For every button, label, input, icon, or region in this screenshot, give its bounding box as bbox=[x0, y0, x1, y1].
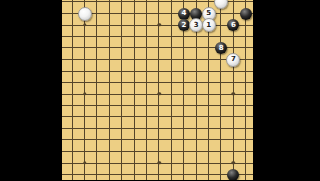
board-intersection[interactable] bbox=[227, 31, 239, 43]
white-stone-move-7: 7 bbox=[226, 53, 240, 67]
move-number-label: 1 bbox=[206, 22, 211, 29]
board-intersection[interactable] bbox=[178, 54, 190, 66]
board-intersection[interactable] bbox=[190, 42, 202, 54]
move-number-label: 2 bbox=[181, 22, 186, 29]
board-intersection[interactable] bbox=[128, 19, 140, 31]
board-intersection[interactable] bbox=[240, 123, 252, 135]
board-intersection[interactable] bbox=[227, 77, 239, 89]
board-intersection[interactable] bbox=[103, 146, 115, 158]
board-intersection[interactable] bbox=[66, 146, 78, 158]
board-intersection[interactable] bbox=[165, 123, 177, 135]
board-intersection[interactable] bbox=[128, 88, 140, 100]
move-number-label: 7 bbox=[231, 56, 236, 63]
board-intersection[interactable] bbox=[128, 100, 140, 112]
board-intersection[interactable] bbox=[128, 42, 140, 54]
board-intersection[interactable] bbox=[141, 19, 153, 31]
board-intersection[interactable] bbox=[153, 77, 165, 89]
board-intersection[interactable] bbox=[153, 65, 165, 77]
board-intersection[interactable] bbox=[190, 123, 202, 135]
board-intersection[interactable] bbox=[178, 42, 190, 54]
board-intersection[interactable] bbox=[153, 123, 165, 135]
board-intersection[interactable] bbox=[141, 88, 153, 100]
board-intersection[interactable] bbox=[91, 8, 103, 20]
white-stone-move-1: 1 bbox=[202, 18, 216, 32]
board-intersection[interactable] bbox=[190, 31, 202, 43]
board-intersection[interactable] bbox=[227, 123, 239, 135]
board-intersection[interactable] bbox=[103, 111, 115, 123]
go-grid: 45231687 bbox=[62, 0, 253, 180]
board-intersection[interactable] bbox=[103, 157, 115, 169]
board-intersection[interactable] bbox=[190, 134, 202, 146]
board-intersection[interactable] bbox=[252, 169, 253, 180]
board-intersection[interactable] bbox=[141, 54, 153, 66]
board-intersection[interactable] bbox=[165, 54, 177, 66]
board-intersection[interactable] bbox=[66, 77, 78, 89]
board-intersection[interactable] bbox=[91, 77, 103, 89]
board-intersection[interactable] bbox=[153, 100, 165, 112]
board-intersection[interactable] bbox=[252, 19, 253, 31]
board-intersection[interactable] bbox=[165, 88, 177, 100]
board-intersection[interactable] bbox=[91, 146, 103, 158]
board-intersection[interactable]: 7 bbox=[227, 54, 239, 66]
board-intersection[interactable] bbox=[103, 123, 115, 135]
board-intersection[interactable] bbox=[215, 88, 227, 100]
board-intersection[interactable] bbox=[91, 157, 103, 169]
board-intersection[interactable] bbox=[165, 19, 177, 31]
board-intersection[interactable] bbox=[215, 77, 227, 89]
board-intersection[interactable] bbox=[116, 0, 128, 8]
board-intersection[interactable] bbox=[178, 31, 190, 43]
pillarbox-left bbox=[0, 0, 62, 180]
board-intersection[interactable] bbox=[165, 157, 177, 169]
board-intersection[interactable] bbox=[252, 111, 253, 123]
board-intersection[interactable] bbox=[141, 134, 153, 146]
board-intersection[interactable] bbox=[79, 8, 91, 20]
board-intersection[interactable] bbox=[116, 77, 128, 89]
board-intersection[interactable] bbox=[103, 169, 115, 180]
board-intersection[interactable] bbox=[203, 134, 215, 146]
board-intersection[interactable] bbox=[141, 77, 153, 89]
board-intersection[interactable] bbox=[66, 169, 78, 180]
board-intersection[interactable] bbox=[128, 0, 140, 8]
board-intersection[interactable] bbox=[141, 169, 153, 180]
board-intersection[interactable] bbox=[240, 111, 252, 123]
black-stone-move-8: 8 bbox=[215, 42, 227, 54]
board-intersection[interactable] bbox=[116, 54, 128, 66]
board-star-point[interactable] bbox=[227, 88, 239, 100]
board-intersection[interactable] bbox=[153, 54, 165, 66]
board-intersection[interactable] bbox=[190, 169, 202, 180]
board-intersection[interactable] bbox=[190, 77, 202, 89]
board-intersection[interactable]: 1 bbox=[203, 19, 215, 31]
board-intersection[interactable] bbox=[128, 169, 140, 180]
board-intersection[interactable] bbox=[227, 8, 239, 20]
board-intersection[interactable] bbox=[252, 65, 253, 77]
board-intersection[interactable] bbox=[240, 31, 252, 43]
board-intersection[interactable] bbox=[252, 134, 253, 146]
board-intersection[interactable] bbox=[153, 134, 165, 146]
board-intersection[interactable] bbox=[190, 111, 202, 123]
board-intersection[interactable] bbox=[240, 169, 252, 180]
board-intersection[interactable] bbox=[178, 146, 190, 158]
move-number-label: 4 bbox=[181, 10, 186, 17]
board-intersection[interactable] bbox=[165, 65, 177, 77]
board-intersection[interactable] bbox=[66, 65, 78, 77]
board-intersection[interactable] bbox=[178, 77, 190, 89]
board-intersection[interactable] bbox=[103, 134, 115, 146]
move-number-label: 3 bbox=[194, 22, 199, 29]
board-intersection[interactable] bbox=[91, 111, 103, 123]
board-intersection[interactable] bbox=[141, 157, 153, 169]
board-intersection[interactable] bbox=[66, 8, 78, 20]
board-intersection[interactable] bbox=[128, 157, 140, 169]
board-intersection[interactable] bbox=[141, 8, 153, 20]
board-intersection[interactable] bbox=[190, 100, 202, 112]
board-intersection[interactable] bbox=[116, 100, 128, 112]
board-intersection[interactable] bbox=[203, 169, 215, 180]
move-number-label: 8 bbox=[219, 45, 224, 52]
board-intersection[interactable] bbox=[215, 54, 227, 66]
board-intersection[interactable] bbox=[128, 77, 140, 89]
board-intersection[interactable] bbox=[190, 54, 202, 66]
board-intersection[interactable] bbox=[66, 0, 78, 8]
white-stone bbox=[78, 7, 92, 21]
board-intersection[interactable] bbox=[215, 65, 227, 77]
board-intersection[interactable] bbox=[165, 77, 177, 89]
board-intersection[interactable] bbox=[153, 146, 165, 158]
board-intersection[interactable] bbox=[252, 100, 253, 112]
board-intersection[interactable] bbox=[190, 88, 202, 100]
board-intersection[interactable] bbox=[116, 146, 128, 158]
board-intersection[interactable] bbox=[203, 88, 215, 100]
board-star-point[interactable] bbox=[79, 19, 91, 31]
board-intersection[interactable] bbox=[128, 134, 140, 146]
board-intersection[interactable] bbox=[103, 100, 115, 112]
board-intersection[interactable] bbox=[116, 123, 128, 135]
board-intersection[interactable] bbox=[165, 134, 177, 146]
board-intersection[interactable] bbox=[103, 77, 115, 89]
black-stone-move-6: 6 bbox=[227, 19, 239, 31]
board-intersection[interactable] bbox=[240, 157, 252, 169]
board-intersection[interactable] bbox=[153, 0, 165, 8]
board-intersection[interactable] bbox=[215, 134, 227, 146]
board-intersection[interactable] bbox=[252, 42, 253, 54]
board-intersection[interactable] bbox=[178, 123, 190, 135]
black-stone-move-4: 4 bbox=[178, 8, 190, 20]
board-intersection[interactable] bbox=[116, 88, 128, 100]
board-intersection[interactable] bbox=[165, 0, 177, 8]
board-intersection[interactable] bbox=[128, 146, 140, 158]
board-intersection[interactable] bbox=[190, 65, 202, 77]
board-intersection[interactable] bbox=[79, 65, 91, 77]
board-intersection[interactable] bbox=[165, 42, 177, 54]
board-intersection[interactable] bbox=[116, 19, 128, 31]
board-star-point[interactable] bbox=[79, 157, 91, 169]
board-intersection[interactable] bbox=[203, 157, 215, 169]
pillarbox-right bbox=[253, 0, 320, 180]
board-intersection[interactable] bbox=[141, 123, 153, 135]
board-intersection[interactable]: 3 bbox=[190, 19, 202, 31]
board-intersection[interactable] bbox=[252, 88, 253, 100]
board-intersection[interactable] bbox=[91, 31, 103, 43]
board-intersection[interactable] bbox=[227, 100, 239, 112]
board-intersection[interactable] bbox=[66, 54, 78, 66]
board-intersection[interactable] bbox=[165, 146, 177, 158]
board-intersection[interactable] bbox=[141, 111, 153, 123]
board-intersection[interactable] bbox=[91, 100, 103, 112]
board-intersection[interactable] bbox=[203, 100, 215, 112]
board-intersection[interactable] bbox=[79, 77, 91, 89]
board-intersection[interactable] bbox=[178, 65, 190, 77]
board-intersection[interactable] bbox=[240, 100, 252, 112]
board-intersection[interactable] bbox=[79, 123, 91, 135]
board-intersection[interactable] bbox=[128, 8, 140, 20]
board-intersection[interactable] bbox=[79, 111, 91, 123]
board-intersection[interactable] bbox=[79, 31, 91, 43]
go-board[interactable]: 45231687 bbox=[62, 0, 253, 180]
board-intersection[interactable] bbox=[66, 123, 78, 135]
black-stone-move-2: 2 bbox=[178, 19, 190, 31]
board-intersection[interactable] bbox=[165, 31, 177, 43]
board-intersection[interactable] bbox=[203, 123, 215, 135]
board-intersection[interactable] bbox=[227, 0, 239, 8]
board-intersection[interactable] bbox=[153, 169, 165, 180]
board-intersection[interactable] bbox=[240, 146, 252, 158]
board-intersection[interactable] bbox=[178, 157, 190, 169]
board-intersection[interactable] bbox=[252, 8, 253, 20]
board-intersection[interactable] bbox=[215, 123, 227, 135]
board-intersection[interactable] bbox=[252, 146, 253, 158]
black-stone bbox=[227, 169, 239, 181]
board-intersection[interactable] bbox=[103, 19, 115, 31]
board-intersection[interactable] bbox=[153, 31, 165, 43]
board-intersection[interactable] bbox=[116, 31, 128, 43]
board-intersection[interactable] bbox=[240, 54, 252, 66]
board-intersection[interactable] bbox=[128, 65, 140, 77]
board-intersection[interactable] bbox=[215, 100, 227, 112]
board-intersection[interactable] bbox=[227, 111, 239, 123]
board-intersection[interactable] bbox=[141, 65, 153, 77]
board-intersection[interactable] bbox=[215, 0, 227, 8]
screenshot: 45231687 bbox=[0, 0, 320, 180]
board-intersection[interactable]: 4 bbox=[178, 8, 190, 20]
board-intersection[interactable] bbox=[103, 88, 115, 100]
board-intersection[interactable] bbox=[215, 169, 227, 180]
board-intersection[interactable] bbox=[103, 54, 115, 66]
board-intersection[interactable] bbox=[79, 134, 91, 146]
board-intersection[interactable] bbox=[227, 134, 239, 146]
board-intersection[interactable] bbox=[103, 65, 115, 77]
board-intersection[interactable] bbox=[116, 42, 128, 54]
board-intersection[interactable] bbox=[128, 111, 140, 123]
board-intersection[interactable] bbox=[203, 65, 215, 77]
board-intersection[interactable] bbox=[116, 111, 128, 123]
board-intersection[interactable] bbox=[215, 157, 227, 169]
board-intersection[interactable] bbox=[178, 88, 190, 100]
board-intersection[interactable] bbox=[240, 65, 252, 77]
board-intersection[interactable]: 8 bbox=[215, 42, 227, 54]
board-intersection[interactable] bbox=[203, 31, 215, 43]
board-intersection[interactable] bbox=[153, 42, 165, 54]
board-intersection[interactable] bbox=[227, 146, 239, 158]
board-intersection[interactable] bbox=[91, 123, 103, 135]
board-intersection[interactable] bbox=[103, 8, 115, 20]
board-star-point[interactable] bbox=[153, 19, 165, 31]
board-intersection[interactable] bbox=[252, 77, 253, 89]
board-star-point[interactable] bbox=[79, 88, 91, 100]
board-intersection[interactable] bbox=[79, 100, 91, 112]
board-intersection[interactable] bbox=[215, 146, 227, 158]
board-intersection[interactable] bbox=[215, 8, 227, 20]
board-intersection[interactable] bbox=[203, 42, 215, 54]
board-intersection[interactable] bbox=[252, 157, 253, 169]
board-intersection[interactable] bbox=[141, 31, 153, 43]
board-intersection[interactable] bbox=[66, 157, 78, 169]
board-intersection[interactable] bbox=[66, 31, 78, 43]
board-intersection[interactable] bbox=[165, 111, 177, 123]
board-intersection[interactable] bbox=[252, 0, 253, 8]
board-intersection[interactable] bbox=[91, 65, 103, 77]
board-intersection[interactable] bbox=[79, 146, 91, 158]
board-intersection[interactable] bbox=[240, 19, 252, 31]
board-intersection[interactable] bbox=[116, 134, 128, 146]
board-intersection[interactable] bbox=[66, 88, 78, 100]
board-intersection[interactable] bbox=[240, 77, 252, 89]
board-intersection[interactable] bbox=[91, 42, 103, 54]
move-number-label: 6 bbox=[231, 22, 236, 29]
board-intersection[interactable] bbox=[252, 123, 253, 135]
board-intersection[interactable] bbox=[141, 100, 153, 112]
board-intersection[interactable] bbox=[215, 19, 227, 31]
board-intersection[interactable] bbox=[66, 42, 78, 54]
board-intersection[interactable] bbox=[141, 42, 153, 54]
board-intersection[interactable] bbox=[91, 19, 103, 31]
board-intersection[interactable] bbox=[240, 134, 252, 146]
board-intersection[interactable] bbox=[240, 42, 252, 54]
board-intersection[interactable] bbox=[240, 88, 252, 100]
board-intersection[interactable] bbox=[178, 111, 190, 123]
board-intersection[interactable] bbox=[252, 54, 253, 66]
board-star-point[interactable]: 6 bbox=[227, 19, 239, 31]
board-intersection[interactable] bbox=[79, 42, 91, 54]
board-intersection[interactable] bbox=[153, 8, 165, 20]
board-intersection[interactable] bbox=[240, 8, 252, 20]
board-intersection[interactable] bbox=[66, 134, 78, 146]
board-intersection[interactable] bbox=[203, 146, 215, 158]
board-star-point[interactable] bbox=[153, 88, 165, 100]
board-intersection[interactable] bbox=[91, 0, 103, 8]
board-intersection[interactable] bbox=[203, 111, 215, 123]
board-intersection[interactable] bbox=[215, 31, 227, 43]
board-intersection[interactable] bbox=[79, 54, 91, 66]
board-intersection[interactable] bbox=[91, 169, 103, 180]
board-intersection[interactable] bbox=[66, 100, 78, 112]
board-intersection[interactable] bbox=[91, 88, 103, 100]
board-intersection[interactable] bbox=[103, 42, 115, 54]
board-intersection[interactable] bbox=[91, 134, 103, 146]
board-star-point[interactable] bbox=[227, 157, 239, 169]
board-intersection[interactable] bbox=[66, 19, 78, 31]
board-intersection[interactable] bbox=[116, 65, 128, 77]
board-intersection[interactable] bbox=[153, 111, 165, 123]
board-intersection[interactable] bbox=[190, 157, 202, 169]
board-intersection[interactable] bbox=[141, 0, 153, 8]
board-intersection[interactable] bbox=[252, 31, 253, 43]
board-intersection[interactable] bbox=[227, 169, 239, 180]
board-intersection[interactable] bbox=[203, 77, 215, 89]
board-intersection[interactable] bbox=[178, 169, 190, 180]
board-intersection[interactable] bbox=[128, 54, 140, 66]
board-intersection[interactable] bbox=[79, 169, 91, 180]
board-intersection[interactable] bbox=[227, 65, 239, 77]
board-intersection[interactable] bbox=[165, 169, 177, 180]
board-intersection[interactable] bbox=[190, 146, 202, 158]
board-intersection[interactable] bbox=[165, 8, 177, 20]
move-number-label: 5 bbox=[206, 10, 211, 17]
board-intersection[interactable] bbox=[116, 8, 128, 20]
board-intersection[interactable] bbox=[165, 100, 177, 112]
board-intersection[interactable] bbox=[215, 111, 227, 123]
board-star-point[interactable] bbox=[153, 157, 165, 169]
black-stone bbox=[240, 8, 252, 20]
board-intersection[interactable] bbox=[116, 169, 128, 180]
board-intersection[interactable] bbox=[128, 123, 140, 135]
board-intersection[interactable] bbox=[203, 54, 215, 66]
board-intersection[interactable] bbox=[141, 146, 153, 158]
board-intersection[interactable] bbox=[91, 54, 103, 66]
board-intersection[interactable] bbox=[103, 0, 115, 8]
board-intersection[interactable] bbox=[116, 157, 128, 169]
board-intersection[interactable] bbox=[103, 31, 115, 43]
board-intersection[interactable] bbox=[66, 111, 78, 123]
board-intersection[interactable] bbox=[128, 31, 140, 43]
board-intersection[interactable] bbox=[178, 134, 190, 146]
board-intersection[interactable]: 2 bbox=[178, 19, 190, 31]
board-intersection[interactable] bbox=[178, 100, 190, 112]
